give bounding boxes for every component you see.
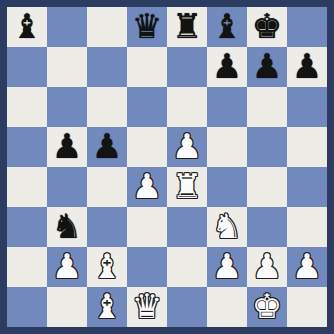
black-king[interactable]: ♚ [252, 6, 282, 46]
black-bishop[interactable]: ♝ [12, 6, 42, 46]
white-pawn[interactable]: ♟ [132, 166, 162, 206]
square-b6[interactable] [47, 87, 87, 127]
square-c7[interactable] [87, 47, 127, 87]
square-e1[interactable] [167, 287, 207, 327]
square-b8[interactable] [47, 7, 87, 47]
square-b7[interactable] [47, 47, 87, 87]
square-c8[interactable] [87, 7, 127, 47]
square-h7[interactable]: ♟ [287, 47, 327, 87]
square-d2[interactable] [127, 247, 167, 287]
white-bishop[interactable]: ♝ [92, 286, 122, 326]
square-b4[interactable] [47, 167, 87, 207]
square-g3[interactable] [247, 207, 287, 247]
square-d5[interactable] [127, 127, 167, 167]
square-b5[interactable]: ♟ [47, 127, 87, 167]
white-pawn[interactable]: ♟ [252, 246, 282, 286]
square-e4[interactable]: ♜ [167, 167, 207, 207]
square-g8[interactable]: ♚ [247, 7, 287, 47]
square-g4[interactable] [247, 167, 287, 207]
square-h2[interactable]: ♟ [287, 247, 327, 287]
black-bishop[interactable]: ♝ [212, 6, 242, 46]
white-pawn[interactable]: ♟ [212, 246, 242, 286]
square-b3[interactable]: ♞ [47, 207, 87, 247]
square-d7[interactable] [127, 47, 167, 87]
square-f8[interactable]: ♝ [207, 7, 247, 47]
square-b2[interactable]: ♟ [47, 247, 87, 287]
square-e7[interactable] [167, 47, 207, 87]
chess-board-frame: ♝♛♜♝♚♟♟♟♟♟♟♟♜♞♞♟♝♟♟♟♝♛♚ [0, 0, 334, 334]
black-knight[interactable]: ♞ [52, 206, 82, 246]
square-g6[interactable] [247, 87, 287, 127]
square-g5[interactable] [247, 127, 287, 167]
square-g2[interactable]: ♟ [247, 247, 287, 287]
square-f1[interactable] [207, 287, 247, 327]
square-a8[interactable]: ♝ [7, 7, 47, 47]
square-e3[interactable] [167, 207, 207, 247]
square-d4[interactable]: ♟ [127, 167, 167, 207]
white-bishop[interactable]: ♝ [92, 246, 122, 286]
square-d8[interactable]: ♛ [127, 7, 167, 47]
square-f3[interactable]: ♞ [207, 207, 247, 247]
square-a3[interactable] [7, 207, 47, 247]
square-a2[interactable] [7, 247, 47, 287]
square-a6[interactable] [7, 87, 47, 127]
square-e6[interactable] [167, 87, 207, 127]
square-d1[interactable]: ♛ [127, 287, 167, 327]
square-h4[interactable] [287, 167, 327, 207]
square-c6[interactable] [87, 87, 127, 127]
square-c3[interactable] [87, 207, 127, 247]
white-pawn[interactable]: ♟ [52, 246, 82, 286]
square-d3[interactable] [127, 207, 167, 247]
square-h8[interactable] [287, 7, 327, 47]
square-a7[interactable] [7, 47, 47, 87]
chess-board: ♝♛♜♝♚♟♟♟♟♟♟♟♜♞♞♟♝♟♟♟♝♛♚ [7, 7, 327, 327]
square-g7[interactable]: ♟ [247, 47, 287, 87]
black-pawn[interactable]: ♟ [252, 46, 282, 86]
square-a4[interactable] [7, 167, 47, 207]
white-rook[interactable]: ♜ [172, 166, 202, 206]
square-e5[interactable]: ♟ [167, 127, 207, 167]
black-queen[interactable]: ♛ [132, 6, 162, 46]
square-e2[interactable] [167, 247, 207, 287]
black-pawn[interactable]: ♟ [292, 46, 322, 86]
white-king[interactable]: ♚ [252, 286, 282, 326]
square-a5[interactable] [7, 127, 47, 167]
square-g1[interactable]: ♚ [247, 287, 287, 327]
square-f7[interactable]: ♟ [207, 47, 247, 87]
square-f6[interactable] [207, 87, 247, 127]
square-f2[interactable]: ♟ [207, 247, 247, 287]
square-c2[interactable]: ♝ [87, 247, 127, 287]
square-a1[interactable] [7, 287, 47, 327]
white-pawn[interactable]: ♟ [172, 126, 202, 166]
square-h5[interactable] [287, 127, 327, 167]
black-rook[interactable]: ♜ [172, 6, 202, 46]
square-c4[interactable] [87, 167, 127, 207]
square-e8[interactable]: ♜ [167, 7, 207, 47]
square-c5[interactable]: ♟ [87, 127, 127, 167]
white-queen[interactable]: ♛ [132, 286, 162, 326]
white-knight[interactable]: ♞ [212, 206, 242, 246]
black-pawn[interactable]: ♟ [212, 46, 242, 86]
square-h3[interactable] [287, 207, 327, 247]
square-h6[interactable] [287, 87, 327, 127]
square-h1[interactable] [287, 287, 327, 327]
black-pawn[interactable]: ♟ [52, 126, 82, 166]
square-c1[interactable]: ♝ [87, 287, 127, 327]
white-pawn[interactable]: ♟ [292, 246, 322, 286]
square-b1[interactable] [47, 287, 87, 327]
square-d6[interactable] [127, 87, 167, 127]
square-f5[interactable] [207, 127, 247, 167]
black-pawn[interactable]: ♟ [92, 126, 122, 166]
square-f4[interactable] [207, 167, 247, 207]
